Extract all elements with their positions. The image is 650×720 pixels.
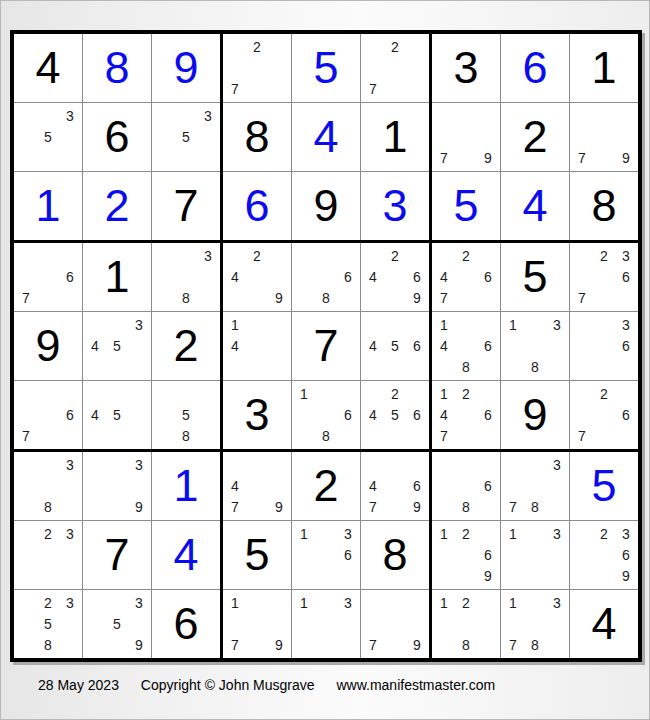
pencil-mark-7: 7: [502, 496, 524, 517]
cell-r5c1[interactable]: 9: [14, 312, 82, 380]
pencil-mark-2: 2: [455, 383, 477, 404]
pencil-mark-6: 6: [59, 404, 81, 425]
entered-digit: 9: [173, 45, 198, 90]
cell-r1c1[interactable]: 4: [14, 34, 82, 102]
entered-digit: 6: [522, 45, 547, 90]
pencil-marks: 39: [84, 454, 150, 517]
pencil-marks: 14: [224, 314, 290, 377]
pencil-marks: 378: [502, 454, 568, 517]
box-9: 683785126913236912813784: [432, 452, 638, 658]
pencil-mark-7: 7: [433, 287, 455, 308]
cell-r7c7[interactable]: 68: [432, 452, 500, 520]
footer: 28 May 2023 Copyright © John Musgrave ww…: [38, 677, 495, 693]
footer-website: www.manifestmaster.com: [336, 677, 495, 693]
cell-r6c9[interactable]: 267: [570, 381, 638, 449]
pencil-marks: 2369: [571, 523, 637, 586]
pencil-marks: 136: [293, 523, 359, 586]
cell-r3c7[interactable]: 5: [432, 172, 500, 240]
cell-r5c3[interactable]: 2: [152, 312, 220, 380]
pencil-marks: 2367: [571, 245, 637, 308]
cell-r3c1[interactable]: 1: [14, 172, 82, 240]
pencil-mark-4: 4: [433, 404, 455, 425]
pencil-mark-7: 7: [571, 147, 593, 168]
pencil-marks: 79: [571, 105, 637, 168]
given-digit: 2: [522, 114, 547, 159]
pencil-mark-4: 4: [224, 266, 246, 287]
pencil-mark-7: 7: [362, 634, 384, 655]
pencil-mark-3: 3: [197, 245, 219, 266]
pencil-mark-6: 6: [615, 335, 637, 356]
entered-digit: 1: [173, 463, 198, 508]
pencil-mark-4: 4: [84, 404, 106, 425]
cell-r7c8[interactable]: 378: [501, 452, 569, 520]
pencil-mark-8: 8: [175, 287, 197, 308]
cell-r7c1[interactable]: 38: [14, 452, 82, 520]
cell-r5c2[interactable]: 345: [83, 312, 151, 380]
cell-r6c8[interactable]: 9: [501, 381, 569, 449]
cell-r9c8[interactable]: 1378: [501, 590, 569, 658]
pencil-mark-8: 8: [37, 496, 59, 517]
cell-r3c6[interactable]: 3: [361, 172, 429, 240]
pencil-mark-4: 4: [362, 475, 384, 496]
cell-r2c4[interactable]: 8: [223, 103, 291, 171]
pencil-mark-8: 8: [37, 634, 59, 655]
cell-r3c3[interactable]: 7: [152, 172, 220, 240]
cell-r4c3[interactable]: 38: [152, 243, 220, 311]
cell-r1c8[interactable]: 6: [501, 34, 569, 102]
pencil-mark-7: 7: [433, 425, 455, 446]
cell-r3c8[interactable]: 4: [501, 172, 569, 240]
pencil-marks: 79: [433, 105, 499, 168]
pencil-mark-1: 1: [224, 314, 246, 335]
pencil-mark-1: 1: [293, 592, 315, 613]
pencil-mark-6: 6: [477, 475, 499, 496]
pencil-marks: 67: [15, 245, 81, 308]
pencil-mark-2: 2: [37, 592, 59, 613]
entered-digit: 3: [382, 183, 407, 228]
pencil-mark-7: 7: [571, 287, 593, 308]
pencil-mark-2: 2: [455, 523, 477, 544]
pencil-mark-3: 3: [128, 454, 150, 475]
pencil-marks: 456: [362, 314, 428, 377]
pencil-mark-1: 1: [293, 523, 315, 544]
pencil-mark-1: 1: [502, 314, 524, 335]
pencil-marks: 35: [15, 105, 81, 168]
cell-r3c2[interactable]: 2: [83, 172, 151, 240]
pencil-mark-2: 2: [246, 36, 268, 57]
pencil-mark-9: 9: [477, 147, 499, 168]
given-digit: 6: [104, 114, 129, 159]
pencil-mark-1: 1: [433, 314, 455, 335]
box-7: 38391237423583596: [14, 452, 220, 658]
given-digit: 6: [173, 601, 198, 646]
pencil-marks: 36: [571, 314, 637, 377]
pencil-mark-7: 7: [224, 634, 246, 655]
pencil-mark-9: 9: [268, 634, 290, 655]
footer-copyright: Copyright © John Musgrave: [141, 677, 315, 693]
cell-r7c9[interactable]: 5: [570, 452, 638, 520]
pencil-mark-4: 4: [433, 335, 455, 356]
given-digit: 4: [35, 45, 60, 90]
pencil-mark-5: 5: [384, 404, 406, 425]
given-digit: 4: [591, 601, 616, 646]
cell-r8c6[interactable]: 8: [361, 521, 429, 589]
cell-r6c3[interactable]: 58: [152, 381, 220, 449]
cell-r6c7[interactable]: 12467: [432, 381, 500, 449]
given-digit: 9: [313, 183, 338, 228]
pencil-mark-5: 5: [175, 126, 197, 147]
pencil-mark-3: 3: [337, 592, 359, 613]
cell-r6c1[interactable]: 67: [14, 381, 82, 449]
pencil-mark-4: 4: [362, 266, 384, 287]
pencil-mark-2: 2: [246, 245, 268, 266]
pencil-mark-7: 7: [362, 496, 384, 517]
given-digit: 1: [104, 254, 129, 299]
pencil-mark-5: 5: [37, 613, 59, 634]
pencil-marks: 35: [153, 105, 219, 168]
entered-digit: 5: [591, 463, 616, 508]
cell-r7c6[interactable]: 4679: [361, 452, 429, 520]
cell-r8c8[interactable]: 13: [501, 521, 569, 589]
pencil-marks: 27: [224, 36, 290, 99]
pencil-mark-1: 1: [433, 383, 455, 404]
pencil-mark-6: 6: [477, 266, 499, 287]
pencil-marks: 345: [84, 314, 150, 377]
given-digit: 7: [173, 183, 198, 228]
pencil-mark-2: 2: [455, 592, 477, 613]
cell-r4c9[interactable]: 2367: [570, 243, 638, 311]
pencil-mark-4: 4: [224, 475, 246, 496]
pencil-mark-3: 3: [615, 314, 637, 335]
pencil-mark-1: 1: [502, 523, 524, 544]
given-digit: 7: [104, 532, 129, 577]
cell-r1c7[interactable]: 3: [432, 34, 500, 102]
pencil-mark-3: 3: [59, 105, 81, 126]
pencil-mark-3: 3: [546, 314, 568, 335]
cell-r2c2[interactable]: 6: [83, 103, 151, 171]
pencil-mark-7: 7: [224, 496, 246, 517]
pencil-mark-5: 5: [37, 126, 59, 147]
pencil-mark-3: 3: [615, 523, 637, 544]
pencil-marks: 67: [15, 383, 81, 446]
cell-r4c7[interactable]: 2467: [432, 243, 500, 311]
cell-r1c6[interactable]: 27: [361, 34, 429, 102]
given-digit: 1: [591, 45, 616, 90]
given-digit: 2: [313, 463, 338, 508]
cell-r3c5[interactable]: 9: [292, 172, 360, 240]
cell-r8c9[interactable]: 2369: [570, 521, 638, 589]
pencil-marks: 2469: [362, 245, 428, 308]
pencil-marks: 68: [433, 454, 499, 517]
pencil-mark-8: 8: [524, 356, 546, 377]
entered-digit: 4: [522, 183, 547, 228]
pencil-mark-6: 6: [337, 544, 359, 565]
pencil-marks: 1468: [433, 314, 499, 377]
sudoku-app-window: 4893563512727527841693361792795486713893…: [0, 0, 650, 720]
cell-r8c4[interactable]: 5: [223, 521, 291, 589]
pencil-mark-9: 9: [406, 287, 428, 308]
pencil-mark-8: 8: [524, 634, 546, 655]
entered-digit: 8: [104, 45, 129, 90]
pencil-mark-9: 9: [128, 496, 150, 517]
pencil-mark-9: 9: [477, 565, 499, 586]
pencil-mark-6: 6: [406, 475, 428, 496]
pencil-mark-8: 8: [455, 496, 477, 517]
cell-r5c9[interactable]: 36: [570, 312, 638, 380]
pencil-mark-6: 6: [615, 266, 637, 287]
cell-r2c7[interactable]: 79: [432, 103, 500, 171]
pencil-mark-4: 4: [362, 404, 384, 425]
cell-r5c5[interactable]: 7: [292, 312, 360, 380]
cell-r5c4[interactable]: 14: [223, 312, 291, 380]
box-4: 6713893452674558: [14, 243, 220, 449]
pencil-mark-2: 2: [384, 245, 406, 266]
pencil-mark-6: 6: [615, 544, 637, 565]
pencil-mark-9: 9: [406, 634, 428, 655]
pencil-marks: 68: [293, 245, 359, 308]
cell-r6c5[interactable]: 168: [292, 381, 360, 449]
pencil-mark-6: 6: [406, 266, 428, 287]
pencil-marks: 179: [224, 592, 290, 655]
pencil-mark-7: 7: [433, 147, 455, 168]
cell-r7c4[interactable]: 479: [223, 452, 291, 520]
pencil-mark-6: 6: [477, 335, 499, 356]
cell-r9c6[interactable]: 79: [361, 590, 429, 658]
cell-r7c5[interactable]: 2: [292, 452, 360, 520]
pencil-mark-3: 3: [59, 454, 81, 475]
pencil-marks: 2467: [433, 245, 499, 308]
cell-r8c1[interactable]: 23: [14, 521, 82, 589]
pencil-mark-2: 2: [37, 523, 59, 544]
pencil-mark-5: 5: [384, 335, 406, 356]
given-digit: 8: [591, 183, 616, 228]
pencil-mark-2: 2: [384, 383, 406, 404]
cell-r6c4[interactable]: 3: [223, 381, 291, 449]
pencil-marks: 479: [224, 454, 290, 517]
pencil-marks: 38: [15, 454, 81, 517]
pencil-mark-6: 6: [406, 404, 428, 425]
pencil-marks: 168: [293, 383, 359, 446]
cell-r2c8[interactable]: 2: [501, 103, 569, 171]
pencil-marks: 58: [153, 383, 219, 446]
cell-r5c6[interactable]: 456: [361, 312, 429, 380]
pencil-mark-3: 3: [337, 523, 359, 544]
entered-digit: 4: [313, 114, 338, 159]
pencil-marks: 138: [502, 314, 568, 377]
pencil-marks: 2358: [15, 592, 81, 655]
pencil-mark-2: 2: [593, 245, 615, 266]
pencil-marks: 2456: [362, 383, 428, 446]
pencil-marks: 13: [293, 592, 359, 655]
pencil-mark-1: 1: [293, 383, 315, 404]
entered-digit: 4: [173, 532, 198, 577]
given-digit: 9: [35, 323, 60, 368]
cell-r8c3[interactable]: 4: [152, 521, 220, 589]
cell-r3c4[interactable]: 6: [223, 172, 291, 240]
pencil-mark-3: 3: [59, 592, 81, 613]
footer-date: 28 May 2023: [38, 677, 119, 693]
cell-r1c4[interactable]: 27: [223, 34, 291, 102]
cell-r1c2[interactable]: 8: [83, 34, 151, 102]
cell-r5c8[interactable]: 138: [501, 312, 569, 380]
given-digit: 3: [453, 45, 478, 90]
box-3: 36179279548: [432, 34, 638, 240]
pencil-mark-3: 3: [197, 105, 219, 126]
pencil-mark-7: 7: [15, 287, 37, 308]
entered-digit: 1: [35, 183, 60, 228]
box-8: 47924679513681791379: [223, 452, 429, 658]
pencil-mark-6: 6: [477, 544, 499, 565]
pencil-mark-4: 4: [362, 335, 384, 356]
cell-r7c3[interactable]: 1: [152, 452, 220, 520]
cell-r8c7[interactable]: 1269: [432, 521, 500, 589]
pencil-mark-6: 6: [615, 404, 637, 425]
box-2: 27527841693: [223, 34, 429, 240]
box-5: 24968246914745631682456: [223, 243, 429, 449]
cell-r4c6[interactable]: 2469: [361, 243, 429, 311]
cell-r1c9[interactable]: 1: [570, 34, 638, 102]
pencil-marks: 4679: [362, 454, 428, 517]
pencil-marks: 79: [362, 592, 428, 655]
cell-r4c8[interactable]: 5: [501, 243, 569, 311]
pencil-mark-8: 8: [455, 634, 477, 655]
pencil-mark-5: 5: [106, 404, 128, 425]
pencil-mark-1: 1: [224, 592, 246, 613]
pencil-marks: 1378: [502, 592, 568, 655]
given-digit: 2: [173, 323, 198, 368]
pencil-mark-4: 4: [224, 335, 246, 356]
pencil-mark-3: 3: [546, 523, 568, 544]
cell-r9c9[interactable]: 4: [570, 590, 638, 658]
cell-r2c6[interactable]: 1: [361, 103, 429, 171]
pencil-mark-2: 2: [455, 245, 477, 266]
given-digit: 8: [244, 114, 269, 159]
cell-r2c3[interactable]: 35: [152, 103, 220, 171]
cell-r4c2[interactable]: 1: [83, 243, 151, 311]
cell-r3c9[interactable]: 8: [570, 172, 638, 240]
pencil-mark-7: 7: [224, 78, 246, 99]
pencil-marks: 38: [153, 245, 219, 308]
pencil-mark-8: 8: [524, 496, 546, 517]
pencil-mark-7: 7: [15, 425, 37, 446]
pencil-marks: 23: [15, 523, 81, 586]
pencil-mark-1: 1: [433, 592, 455, 613]
pencil-mark-9: 9: [615, 565, 637, 586]
pencil-mark-5: 5: [106, 335, 128, 356]
cell-r4c5[interactable]: 68: [292, 243, 360, 311]
pencil-mark-2: 2: [593, 523, 615, 544]
pencil-mark-8: 8: [315, 425, 337, 446]
pencil-marks: 45: [84, 383, 150, 446]
pencil-mark-1: 1: [433, 523, 455, 544]
pencil-marks: 359: [84, 592, 150, 655]
pencil-mark-6: 6: [477, 404, 499, 425]
entered-digit: 2: [104, 183, 129, 228]
given-digit: 5: [244, 532, 269, 577]
pencil-marks: 267: [571, 383, 637, 446]
cell-r9c2[interactable]: 359: [83, 590, 151, 658]
entered-digit: 6: [244, 183, 269, 228]
pencil-marks: 128: [433, 592, 499, 655]
given-digit: 3: [244, 392, 269, 437]
cell-r9c5[interactable]: 13: [292, 590, 360, 658]
box-6: 246752367146813836124679267: [432, 243, 638, 449]
pencil-mark-8: 8: [175, 425, 197, 446]
pencil-mark-9: 9: [268, 496, 290, 517]
pencil-mark-5: 5: [175, 404, 197, 425]
pencil-mark-6: 6: [337, 266, 359, 287]
cell-r9c3[interactable]: 6: [152, 590, 220, 658]
cell-r6c2[interactable]: 45: [83, 381, 151, 449]
pencil-marks: 249: [224, 245, 290, 308]
cell-r9c4[interactable]: 179: [223, 590, 291, 658]
pencil-mark-9: 9: [406, 496, 428, 517]
given-digit: 7: [313, 323, 338, 368]
given-digit: 9: [522, 392, 547, 437]
pencil-mark-3: 3: [128, 592, 150, 613]
pencil-mark-8: 8: [455, 356, 477, 377]
cell-r1c5[interactable]: 5: [292, 34, 360, 102]
pencil-mark-7: 7: [502, 634, 524, 655]
cell-r2c9[interactable]: 79: [570, 103, 638, 171]
cell-r9c7[interactable]: 128: [432, 590, 500, 658]
box-1: 48935635127: [14, 34, 220, 240]
sudoku-board: 4893563512727527841693361792795486713893…: [10, 30, 642, 662]
cell-r7c2[interactable]: 39: [83, 452, 151, 520]
pencil-mark-3: 3: [59, 523, 81, 544]
pencil-mark-3: 3: [128, 314, 150, 335]
pencil-mark-1: 1: [502, 592, 524, 613]
pencil-mark-9: 9: [128, 634, 150, 655]
pencil-mark-8: 8: [315, 287, 337, 308]
pencil-mark-9: 9: [268, 287, 290, 308]
given-digit: 1: [382, 114, 407, 159]
cell-r4c1[interactable]: 67: [14, 243, 82, 311]
pencil-marks: 1269: [433, 523, 499, 586]
pencil-mark-9: 9: [615, 147, 637, 168]
cell-r8c5[interactable]: 136: [292, 521, 360, 589]
pencil-mark-3: 3: [546, 454, 568, 475]
pencil-mark-7: 7: [362, 78, 384, 99]
pencil-mark-4: 4: [84, 335, 106, 356]
pencil-mark-7: 7: [571, 425, 593, 446]
pencil-mark-6: 6: [406, 335, 428, 356]
pencil-marks: 12467: [433, 383, 499, 446]
entered-digit: 5: [313, 45, 338, 90]
cell-r1c3[interactable]: 9: [152, 34, 220, 102]
cell-r4c4[interactable]: 249: [223, 243, 291, 311]
pencil-mark-6: 6: [337, 404, 359, 425]
pencil-mark-4: 4: [433, 266, 455, 287]
cell-r9c1[interactable]: 2358: [14, 590, 82, 658]
pencil-mark-6: 6: [59, 266, 81, 287]
given-digit: 5: [522, 254, 547, 299]
pencil-mark-2: 2: [384, 36, 406, 57]
cell-r2c1[interactable]: 35: [14, 103, 82, 171]
pencil-mark-5: 5: [106, 613, 128, 634]
pencil-mark-3: 3: [615, 245, 637, 266]
cell-r8c2[interactable]: 7: [83, 521, 151, 589]
entered-digit: 5: [453, 183, 478, 228]
cell-r5c7[interactable]: 1468: [432, 312, 500, 380]
pencil-marks: 13: [502, 523, 568, 586]
pencil-marks: 27: [362, 36, 428, 99]
cell-r2c5[interactable]: 4: [292, 103, 360, 171]
pencil-mark-3: 3: [546, 592, 568, 613]
given-digit: 8: [382, 532, 407, 577]
pencil-mark-2: 2: [593, 383, 615, 404]
cell-r6c6[interactable]: 2456: [361, 381, 429, 449]
